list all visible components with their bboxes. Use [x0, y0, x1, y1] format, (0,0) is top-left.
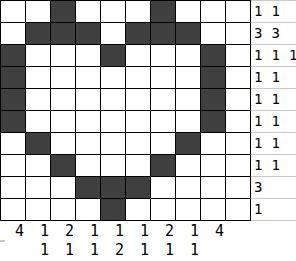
cell-empty[interactable] — [26, 111, 50, 132]
cell-empty[interactable] — [76, 155, 100, 176]
clue-number: 4 — [207, 222, 232, 241]
cell-empty[interactable] — [1, 1, 25, 22]
clue-number: 1 — [271, 89, 279, 110]
cell-empty[interactable] — [76, 89, 100, 110]
cell-empty[interactable] — [201, 23, 225, 44]
clue-number: 2 — [57, 222, 82, 241]
clue-number: 2 — [107, 241, 132, 260]
column-clue-line: 1112111 — [0, 241, 251, 260]
clue-number: 1 — [254, 1, 262, 22]
row-clue: 11 — [251, 1, 296, 23]
cell-filled[interactable] — [151, 155, 175, 176]
clue-number: 1 — [132, 241, 157, 260]
cell-empty[interactable] — [101, 111, 125, 132]
clue-number: 1 — [82, 222, 107, 241]
clue-number: 1 — [182, 241, 207, 260]
cell-empty[interactable] — [126, 111, 150, 132]
cell-filled[interactable] — [1, 67, 25, 88]
cell-empty[interactable] — [176, 89, 200, 110]
clue-number: 1 — [182, 222, 207, 241]
cell-empty[interactable] — [226, 199, 250, 220]
cell-empty[interactable] — [51, 89, 75, 110]
cell-empty[interactable] — [151, 67, 175, 88]
cell-empty[interactable] — [176, 1, 200, 22]
cell-empty[interactable] — [26, 177, 50, 198]
cell-empty[interactable] — [76, 199, 100, 220]
cell-empty[interactable] — [226, 23, 250, 44]
cell-filled[interactable] — [76, 23, 100, 44]
clue-number: 1 — [271, 1, 279, 22]
cell-empty[interactable] — [76, 1, 100, 22]
cell-filled[interactable] — [1, 89, 25, 110]
cell-empty[interactable] — [1, 133, 25, 154]
cell-filled[interactable] — [51, 1, 75, 22]
cell-empty[interactable] — [126, 1, 150, 22]
row-clue: 11 — [251, 89, 296, 111]
cell-empty[interactable] — [151, 133, 175, 154]
clue-number: 3 — [254, 177, 262, 198]
column-clue-line: 412111214 — [0, 222, 251, 241]
cell-empty[interactable] — [126, 133, 150, 154]
clue-number: 1 — [254, 199, 262, 220]
clue-number: 1 — [132, 222, 157, 241]
row-clue: 33 — [251, 23, 296, 45]
cell-empty[interactable] — [201, 1, 225, 22]
cell-empty[interactable] — [201, 177, 225, 198]
clue-empty — [232, 222, 257, 241]
cell-empty[interactable] — [226, 111, 250, 132]
cell-filled[interactable] — [76, 177, 100, 198]
edge-artifact-mark — [0, 240, 5, 242]
cell-empty[interactable] — [1, 177, 25, 198]
cell-empty[interactable] — [226, 67, 250, 88]
cell-empty[interactable] — [176, 155, 200, 176]
cell-filled[interactable] — [51, 155, 75, 176]
row-clue: 11 — [251, 111, 296, 133]
clue-number: 3 — [254, 23, 262, 44]
clue-number: 4 — [7, 222, 32, 241]
cell-empty[interactable] — [176, 67, 200, 88]
cell-empty[interactable] — [176, 177, 200, 198]
row-clue: 111 — [251, 45, 296, 67]
cell-empty[interactable] — [51, 177, 75, 198]
cell-empty[interactable] — [226, 89, 250, 110]
cell-empty[interactable] — [101, 133, 125, 154]
cell-empty[interactable] — [151, 111, 175, 132]
clue-number: 2 — [157, 222, 182, 241]
clue-number: 1 — [107, 222, 132, 241]
cell-empty[interactable] — [126, 199, 150, 220]
row-clue: 11 — [251, 155, 296, 177]
clue-number: 1 — [271, 133, 279, 154]
nonogram-board — [0, 0, 251, 221]
clue-number: 1 — [254, 133, 262, 154]
cell-empty[interactable] — [76, 111, 100, 132]
cell-empty[interactable] — [51, 67, 75, 88]
row-clue: 11 — [251, 67, 296, 89]
cell-empty[interactable] — [201, 155, 225, 176]
cell-empty[interactable] — [76, 67, 100, 88]
column-clues: 4121112141112111 — [0, 222, 251, 260]
cell-empty[interactable] — [151, 45, 175, 66]
clue-number: 1 — [32, 241, 57, 260]
cell-empty[interactable] — [201, 133, 225, 154]
clue-number: 1 — [157, 241, 182, 260]
cell-empty[interactable] — [51, 111, 75, 132]
cell-empty[interactable] — [151, 89, 175, 110]
clue-number: 1 — [254, 67, 262, 88]
row-clue: 11 — [251, 133, 296, 155]
cell-empty[interactable] — [126, 67, 150, 88]
cell-empty[interactable] — [26, 45, 50, 66]
cell-empty[interactable] — [26, 199, 50, 220]
clue-number: 1 — [254, 111, 262, 132]
cell-filled[interactable] — [201, 89, 225, 110]
cell-empty[interactable] — [51, 133, 75, 154]
cell-empty[interactable] — [176, 199, 200, 220]
cell-empty[interactable] — [226, 133, 250, 154]
cell-empty[interactable] — [176, 45, 200, 66]
cell-empty[interactable] — [51, 45, 75, 66]
cell-empty[interactable] — [176, 111, 200, 132]
cell-empty[interactable] — [151, 177, 175, 198]
cell-empty[interactable] — [101, 67, 125, 88]
cell-empty[interactable] — [226, 177, 250, 198]
cell-empty[interactable] — [76, 45, 100, 66]
clue-number: 1 — [271, 155, 279, 176]
cell-empty[interactable] — [201, 199, 225, 220]
cell-filled[interactable] — [201, 67, 225, 88]
clue-number: 1 — [254, 89, 262, 110]
clue-number: 3 — [271, 23, 279, 44]
cell-filled[interactable] — [1, 45, 25, 66]
clue-number: 1 — [254, 45, 262, 66]
row-clue: 3 — [251, 177, 296, 199]
clue-number: 1 — [32, 222, 57, 241]
clue-empty — [232, 241, 257, 260]
cell-empty[interactable] — [26, 67, 50, 88]
cell-filled[interactable] — [201, 45, 225, 66]
clue-number: 1 — [271, 67, 279, 88]
cell-empty[interactable] — [26, 155, 50, 176]
cell-filled[interactable] — [126, 23, 150, 44]
cell-empty[interactable] — [101, 23, 125, 44]
clue-empty — [7, 241, 32, 260]
cell-empty[interactable] — [151, 199, 175, 220]
cell-filled[interactable] — [151, 1, 175, 22]
cell-empty[interactable] — [126, 89, 150, 110]
cell-filled[interactable] — [176, 133, 200, 154]
clue-number: 1 — [271, 45, 279, 66]
cell-filled[interactable] — [201, 111, 225, 132]
clue-number: 1 — [271, 111, 279, 132]
cell-empty[interactable] — [1, 23, 25, 44]
row-clues: 1133111111111111131 — [251, 0, 296, 221]
cell-empty[interactable] — [126, 155, 150, 176]
clue-number: 1 — [289, 45, 296, 66]
cell-empty[interactable] — [76, 133, 100, 154]
cell-empty[interactable] — [51, 199, 75, 220]
clue-number: 1 — [82, 241, 107, 260]
cell-filled[interactable] — [101, 177, 125, 198]
cell-empty[interactable] — [101, 1, 125, 22]
cell-empty[interactable] — [101, 155, 125, 176]
cell-empty[interactable] — [1, 155, 25, 176]
cell-filled[interactable] — [26, 23, 50, 44]
cell-empty[interactable] — [226, 45, 250, 66]
cell-filled[interactable] — [176, 23, 200, 44]
clue-number: 1 — [57, 241, 82, 260]
cell-filled[interactable] — [101, 45, 125, 66]
cell-empty[interactable] — [1, 199, 25, 220]
cell-empty[interactable] — [26, 89, 50, 110]
cell-filled[interactable] — [126, 177, 150, 198]
cell-filled[interactable] — [101, 199, 125, 220]
cell-empty[interactable] — [126, 45, 150, 66]
cell-empty[interactable] — [226, 155, 250, 176]
cell-filled[interactable] — [151, 23, 175, 44]
cell-filled[interactable] — [51, 23, 75, 44]
cell-filled[interactable] — [26, 133, 50, 154]
clue-empty — [207, 241, 232, 260]
cell-filled[interactable] — [1, 111, 25, 132]
row-clue: 1 — [251, 199, 296, 221]
cell-empty[interactable] — [226, 1, 250, 22]
clue-number: 1 — [254, 155, 262, 176]
cell-empty[interactable] — [26, 1, 50, 22]
cell-empty[interactable] — [101, 89, 125, 110]
